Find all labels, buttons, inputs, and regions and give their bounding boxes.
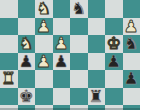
square-b3[interactable]: ♚ — [18, 88, 36, 106]
chess-board: ♞♞♟♟♞♟♚♞♟♟♟♟♜♟♚♜ — [0, 0, 140, 110]
piece-white-knight-icon: ♞ — [36, 0, 51, 17]
square-g7[interactable] — [105, 18, 123, 36]
square-f5[interactable] — [88, 53, 106, 71]
square-d4[interactable] — [53, 70, 71, 88]
square-c2[interactable] — [35, 105, 53, 110]
square-g3[interactable] — [105, 88, 123, 106]
piece-black-knight-icon: ♞ — [71, 0, 86, 17]
square-c6[interactable] — [35, 35, 53, 53]
piece-white-pawn-icon: ♟ — [54, 35, 69, 53]
piece-black-knight-icon: ♞ — [124, 35, 139, 53]
square-f6[interactable] — [88, 35, 106, 53]
square-b2[interactable] — [18, 105, 36, 110]
square-g8[interactable] — [105, 0, 123, 18]
square-c8[interactable]: ♞ — [35, 0, 53, 18]
square-c7[interactable]: ♟ — [35, 18, 53, 36]
square-h2[interactable] — [123, 105, 141, 110]
piece-black-rook-icon: ♜ — [89, 87, 104, 105]
square-h8[interactable] — [123, 0, 141, 18]
square-a7[interactable] — [0, 18, 18, 36]
square-a4[interactable]: ♜ — [0, 70, 18, 88]
square-h5[interactable] — [123, 53, 141, 71]
square-h7[interactable]: ♟ — [123, 18, 141, 36]
chess-board-viewport: ♞♞♟♟♞♟♚♞♟♟♟♟♜♟♚♜ — [0, 0, 140, 110]
piece-white-pawn-icon: ♟ — [124, 17, 139, 35]
piece-white-pawn-icon: ♟ — [36, 52, 51, 70]
square-e6[interactable] — [70, 35, 88, 53]
square-f4[interactable] — [88, 70, 106, 88]
square-e5[interactable] — [70, 53, 88, 71]
square-g5[interactable]: ♟ — [105, 53, 123, 71]
piece-black-pawn-icon: ♟ — [19, 52, 34, 70]
square-e7[interactable] — [70, 18, 88, 36]
square-e2[interactable] — [70, 105, 88, 110]
square-f2[interactable] — [88, 105, 106, 110]
piece-black-pawn-icon: ♟ — [124, 70, 139, 88]
square-c3[interactable] — [35, 88, 53, 106]
piece-black-king-icon: ♚ — [19, 87, 34, 105]
square-h6[interactable]: ♞ — [123, 35, 141, 53]
square-d7[interactable] — [53, 18, 71, 36]
square-b4[interactable] — [18, 70, 36, 88]
square-g4[interactable] — [105, 70, 123, 88]
square-d6[interactable]: ♟ — [53, 35, 71, 53]
piece-white-rook-icon: ♜ — [1, 70, 16, 88]
piece-white-knight-icon: ♞ — [19, 35, 34, 53]
piece-black-pawn-icon: ♟ — [54, 52, 69, 70]
square-d8[interactable] — [53, 0, 71, 18]
square-d3[interactable] — [53, 88, 71, 106]
square-c5[interactable]: ♟ — [35, 53, 53, 71]
square-a3[interactable] — [0, 88, 18, 106]
square-b7[interactable] — [18, 18, 36, 36]
square-h4[interactable]: ♟ — [123, 70, 141, 88]
square-b6[interactable]: ♞ — [18, 35, 36, 53]
square-a5[interactable] — [0, 53, 18, 71]
square-h3[interactable] — [123, 88, 141, 106]
square-g6[interactable]: ♚ — [105, 35, 123, 53]
piece-black-pawn-icon: ♟ — [106, 52, 121, 70]
piece-white-king-icon: ♚ — [106, 35, 121, 53]
square-e3[interactable] — [70, 88, 88, 106]
square-b5[interactable]: ♟ — [18, 53, 36, 71]
square-e4[interactable] — [70, 70, 88, 88]
square-c4[interactable] — [35, 70, 53, 88]
square-d5[interactable]: ♟ — [53, 53, 71, 71]
square-f3[interactable]: ♜ — [88, 88, 106, 106]
piece-white-pawn-icon: ♟ — [36, 17, 51, 35]
square-d2[interactable] — [53, 105, 71, 110]
square-f8[interactable] — [88, 0, 106, 18]
square-b8[interactable] — [18, 0, 36, 18]
square-e8[interactable]: ♞ — [70, 0, 88, 18]
square-f7[interactable] — [88, 18, 106, 36]
square-a6[interactable] — [0, 35, 18, 53]
square-a8[interactable] — [0, 0, 18, 18]
square-a2[interactable] — [0, 105, 18, 110]
square-g2[interactable] — [105, 105, 123, 110]
